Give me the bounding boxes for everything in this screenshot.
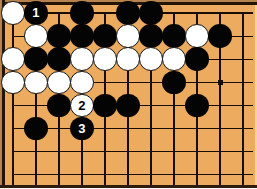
cut-edge-right [255, 0, 257, 188]
black-stone [47, 24, 71, 48]
star-point [218, 80, 223, 85]
black-stone [162, 24, 186, 48]
go-board[interactable]: 123 [0, 0, 257, 188]
white-stone [1, 1, 25, 25]
move-number-label: 2 [78, 99, 85, 112]
white-stone [116, 47, 140, 71]
black-stone [24, 117, 48, 141]
white-stone: 2 [70, 94, 94, 118]
black-stone [93, 94, 117, 118]
grid-line-horizontal [12, 128, 253, 129]
black-stone [208, 24, 232, 48]
black-stone [47, 94, 71, 118]
white-stone [70, 47, 94, 71]
white-stone [116, 24, 140, 48]
white-stone [70, 71, 94, 95]
black-stone [116, 94, 140, 118]
white-stone [47, 71, 71, 95]
go-diagram: 123 [0, 0, 257, 188]
cut-edge-bottom [0, 185, 257, 189]
black-stone [185, 47, 209, 71]
black-stone [116, 1, 140, 25]
move-number-label: 3 [78, 122, 85, 135]
black-stone [139, 1, 163, 25]
white-stone [24, 71, 48, 95]
white-stone [1, 47, 25, 71]
black-stone [185, 94, 209, 118]
grid-line-vertical [12, 12, 13, 186]
white-stone [1, 71, 25, 95]
board-border-left-line [2, 0, 5, 185]
white-stone [139, 47, 163, 71]
black-stone [93, 24, 117, 48]
grid-line-vertical [242, 12, 243, 186]
grid-line-horizontal [12, 174, 253, 175]
black-stone: 3 [70, 117, 94, 141]
black-stone [70, 1, 94, 25]
black-stone [24, 47, 48, 71]
white-stone [162, 47, 186, 71]
black-stone [47, 47, 71, 71]
black-stone [139, 24, 163, 48]
white-stone [93, 47, 117, 71]
black-stone [162, 71, 186, 95]
white-stone [185, 24, 209, 48]
black-stone [70, 24, 94, 48]
black-stone: 1 [24, 1, 48, 25]
move-number-label: 1 [32, 6, 39, 19]
white-stone [24, 24, 48, 48]
grid-line-horizontal [12, 151, 253, 152]
